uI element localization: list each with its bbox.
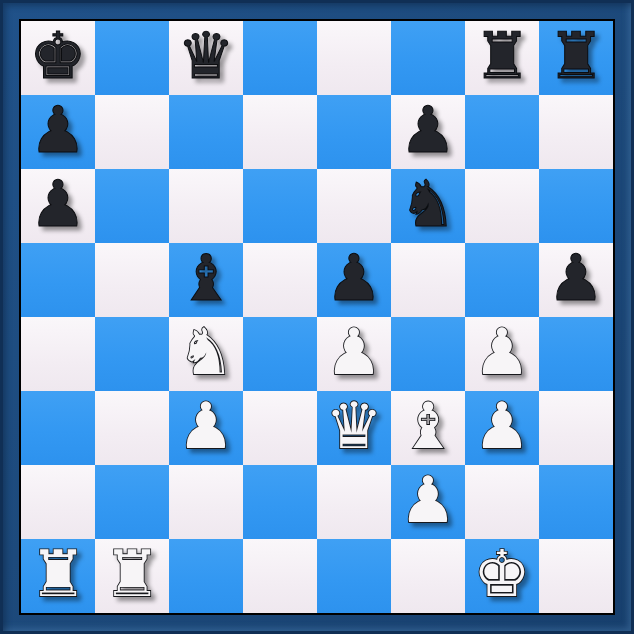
square-g8[interactable]: ♜ (465, 21, 539, 95)
board-frame: ♚♛♜♜♟♟♟♞♝♟♟♞♟♟♟♛♝♟♟♜♜♚ (0, 0, 634, 634)
square-h2[interactable] (539, 465, 613, 539)
square-f5[interactable] (391, 243, 465, 317)
piece-black-pawn[interactable]: ♟ (325, 241, 382, 315)
square-a5[interactable] (21, 243, 95, 317)
square-f3[interactable]: ♝ (391, 391, 465, 465)
square-d7[interactable] (243, 95, 317, 169)
square-d6[interactable] (243, 169, 317, 243)
square-c7[interactable] (169, 95, 243, 169)
square-a3[interactable] (21, 391, 95, 465)
piece-black-rook[interactable]: ♜ (547, 19, 604, 93)
piece-white-pawn[interactable]: ♟ (325, 315, 382, 389)
square-e8[interactable] (317, 21, 391, 95)
piece-white-pawn[interactable]: ♟ (177, 389, 234, 463)
square-c4[interactable]: ♞ (169, 317, 243, 391)
square-d3[interactable] (243, 391, 317, 465)
piece-black-king[interactable]: ♚ (29, 19, 86, 93)
piece-black-bishop[interactable]: ♝ (177, 241, 234, 315)
piece-black-pawn[interactable]: ♟ (547, 241, 604, 315)
square-b1[interactable]: ♜ (95, 539, 169, 613)
square-c6[interactable] (169, 169, 243, 243)
square-h1[interactable] (539, 539, 613, 613)
square-a6[interactable]: ♟ (21, 169, 95, 243)
square-g3[interactable]: ♟ (465, 391, 539, 465)
square-f1[interactable] (391, 539, 465, 613)
piece-black-pawn[interactable]: ♟ (29, 93, 86, 167)
square-e6[interactable] (317, 169, 391, 243)
square-h4[interactable] (539, 317, 613, 391)
square-c3[interactable]: ♟ (169, 391, 243, 465)
piece-black-rook[interactable]: ♜ (473, 19, 530, 93)
square-e7[interactable] (317, 95, 391, 169)
piece-white-bishop[interactable]: ♝ (399, 389, 456, 463)
square-c1[interactable] (169, 539, 243, 613)
square-b2[interactable] (95, 465, 169, 539)
square-g2[interactable] (465, 465, 539, 539)
square-b7[interactable] (95, 95, 169, 169)
square-f2[interactable]: ♟ (391, 465, 465, 539)
piece-black-pawn[interactable]: ♟ (399, 93, 456, 167)
square-f4[interactable] (391, 317, 465, 391)
square-b3[interactable] (95, 391, 169, 465)
square-e5[interactable]: ♟ (317, 243, 391, 317)
piece-white-queen[interactable]: ♛ (325, 389, 382, 463)
square-d5[interactable] (243, 243, 317, 317)
square-b4[interactable] (95, 317, 169, 391)
square-g5[interactable] (465, 243, 539, 317)
piece-white-knight[interactable]: ♞ (177, 315, 234, 389)
square-h6[interactable] (539, 169, 613, 243)
square-b5[interactable] (95, 243, 169, 317)
piece-white-pawn[interactable]: ♟ (473, 315, 530, 389)
square-f6[interactable]: ♞ (391, 169, 465, 243)
square-g7[interactable] (465, 95, 539, 169)
square-g6[interactable] (465, 169, 539, 243)
piece-white-pawn[interactable]: ♟ (399, 463, 456, 537)
chess-board: ♚♛♜♜♟♟♟♞♝♟♟♞♟♟♟♛♝♟♟♜♜♚ (19, 19, 615, 615)
square-g1[interactable]: ♚ (465, 539, 539, 613)
square-d8[interactable] (243, 21, 317, 95)
square-f7[interactable]: ♟ (391, 95, 465, 169)
square-h3[interactable] (539, 391, 613, 465)
square-d1[interactable] (243, 539, 317, 613)
piece-black-knight[interactable]: ♞ (399, 167, 456, 241)
square-e4[interactable]: ♟ (317, 317, 391, 391)
square-a8[interactable]: ♚ (21, 21, 95, 95)
square-d2[interactable] (243, 465, 317, 539)
square-h7[interactable] (539, 95, 613, 169)
square-b8[interactable] (95, 21, 169, 95)
piece-white-king[interactable]: ♚ (473, 537, 530, 611)
square-b6[interactable] (95, 169, 169, 243)
piece-white-rook[interactable]: ♜ (29, 537, 86, 611)
square-g4[interactable]: ♟ (465, 317, 539, 391)
square-d4[interactable] (243, 317, 317, 391)
square-h5[interactable]: ♟ (539, 243, 613, 317)
piece-white-pawn[interactable]: ♟ (473, 389, 530, 463)
square-e2[interactable] (317, 465, 391, 539)
square-a2[interactable] (21, 465, 95, 539)
square-e3[interactable]: ♛ (317, 391, 391, 465)
square-a1[interactable]: ♜ (21, 539, 95, 613)
square-h8[interactable]: ♜ (539, 21, 613, 95)
square-f8[interactable] (391, 21, 465, 95)
square-c8[interactable]: ♛ (169, 21, 243, 95)
square-e1[interactable] (317, 539, 391, 613)
square-a7[interactable]: ♟ (21, 95, 95, 169)
piece-white-rook[interactable]: ♜ (103, 537, 160, 611)
piece-black-pawn[interactable]: ♟ (29, 167, 86, 241)
square-a4[interactable] (21, 317, 95, 391)
square-c5[interactable]: ♝ (169, 243, 243, 317)
piece-black-queen[interactable]: ♛ (177, 19, 234, 93)
square-c2[interactable] (169, 465, 243, 539)
